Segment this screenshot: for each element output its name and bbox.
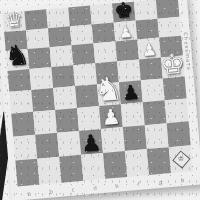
square-b7[interactable] — [26, 28, 50, 49]
file-label-h: h — [171, 176, 193, 184]
square-h1[interactable]: ♔ — [169, 145, 193, 173]
file-label-f: f — [128, 180, 150, 188]
piece-white-king-h5[interactable]: ♚ — [159, 49, 186, 78]
square-f7[interactable]: ♟ — [114, 21, 138, 42]
square-c5[interactable] — [51, 65, 75, 88]
square-b8[interactable] — [24, 9, 48, 30]
square-c6[interactable] — [50, 45, 74, 67]
square-f8[interactable]: ♚ — [112, 2, 136, 23]
square-b3[interactable] — [33, 110, 57, 135]
square-e6[interactable] — [93, 41, 117, 63]
square-a1[interactable] — [15, 159, 39, 187]
square-d8[interactable] — [68, 5, 92, 26]
square-f4[interactable]: ♟ — [119, 80, 143, 104]
square-e2[interactable] — [101, 127, 125, 153]
square-e3[interactable]: ♟ — [99, 104, 123, 129]
square-f2[interactable] — [123, 125, 147, 151]
square-b6[interactable] — [28, 47, 52, 69]
chess-board: ♛♚♟♞♟♚♞♟♟♟♔ abcdefgh Chessmate — [0, 0, 200, 200]
piece-black-knight-a6[interactable]: ♞ — [4, 41, 31, 71]
square-a6[interactable]: ♞ — [6, 49, 30, 71]
square-d2[interactable]: ♟ — [79, 129, 103, 155]
square-b5[interactable] — [29, 67, 53, 90]
square-d3[interactable] — [77, 106, 101, 131]
square-c8[interactable] — [46, 7, 70, 28]
piece-black-pawn-f4[interactable]: ♟ — [121, 83, 140, 104]
piece-white-queen-a8[interactable]: ♛ — [4, 11, 24, 32]
square-h5[interactable]: ♚ — [161, 56, 185, 79]
square-d6[interactable] — [72, 43, 96, 65]
piece-white-knight-e4[interactable]: ♞ — [93, 72, 125, 107]
logo-crown-icon: ♔ — [177, 155, 184, 163]
square-g2[interactable] — [145, 123, 169, 149]
piece-white-pawn-g6[interactable]: ♟ — [141, 41, 157, 59]
square-c4[interactable] — [53, 86, 77, 110]
file-label-a: a — [18, 190, 40, 198]
square-h4[interactable] — [163, 77, 187, 101]
chessboard-photo: ♛♚♟♞♟♚♞♟♟♟♔ abcdefgh Chessmate — [0, 0, 200, 200]
square-c7[interactable] — [48, 26, 72, 47]
piece-black-king-f8[interactable]: ♚ — [113, 0, 134, 22]
square-g4[interactable] — [141, 78, 165, 102]
square-a2[interactable] — [13, 135, 37, 161]
file-label-e: e — [106, 182, 128, 190]
square-b2[interactable] — [35, 133, 59, 159]
piece-white-pawn-f7[interactable]: ♟ — [118, 25, 133, 42]
square-b4[interactable] — [31, 88, 55, 112]
file-label-c: c — [62, 186, 84, 194]
square-g6[interactable]: ♟ — [137, 38, 161, 60]
square-f1[interactable] — [125, 149, 149, 177]
square-c3[interactable] — [55, 108, 79, 133]
square-e7[interactable] — [92, 22, 116, 43]
file-label-g: g — [150, 178, 172, 186]
square-h2[interactable] — [167, 121, 191, 147]
board-grid: ♛♚♟♞♟♚♞♟♟♟♔ — [2, 0, 192, 186]
square-c1[interactable] — [59, 155, 83, 183]
square-f6[interactable] — [115, 39, 139, 61]
square-c2[interactable] — [57, 131, 81, 157]
square-b1[interactable] — [37, 157, 61, 185]
square-h8[interactable] — [156, 0, 180, 19]
square-g1[interactable] — [147, 147, 171, 175]
square-a4[interactable] — [9, 90, 33, 114]
board-logo: ♔ — [169, 145, 193, 173]
square-e1[interactable] — [103, 151, 127, 179]
square-g3[interactable] — [143, 100, 167, 125]
file-label-d: d — [84, 184, 106, 192]
square-d1[interactable] — [81, 153, 105, 181]
piece-black-pawn-d2[interactable]: ♟ — [80, 131, 102, 155]
square-e4[interactable]: ♞ — [97, 82, 121, 106]
square-g8[interactable] — [134, 0, 158, 21]
square-a3[interactable] — [11, 112, 35, 137]
logo-diamond-icon: ♔ — [172, 150, 190, 168]
square-e8[interactable] — [90, 4, 114, 25]
square-g7[interactable] — [136, 19, 160, 40]
square-h3[interactable] — [165, 98, 189, 123]
square-a8[interactable]: ♛ — [2, 11, 26, 32]
piece-white-pawn-e3[interactable]: ♟ — [101, 106, 122, 129]
file-label-b: b — [40, 188, 62, 196]
square-d7[interactable] — [70, 24, 94, 45]
square-h7[interactable] — [158, 17, 182, 38]
